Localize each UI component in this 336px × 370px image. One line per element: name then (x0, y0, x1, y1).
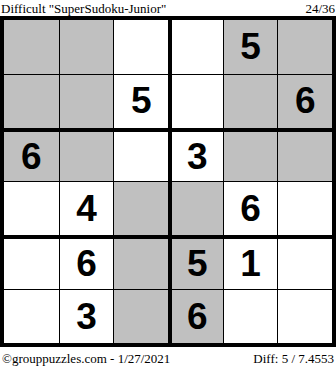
cell-r4c6[interactable] (277, 181, 332, 235)
cell-r1c1[interactable] (4, 20, 59, 74)
cell-r3c1[interactable]: 6 (4, 128, 59, 182)
cell-r2c6[interactable]: 6 (277, 74, 332, 128)
puzzle-page: Difficult "SuperSudoku-Junior" 24/36 556… (0, 0, 336, 370)
cell-r3c4[interactable]: 3 (168, 128, 223, 182)
cell-r6c4[interactable]: 6 (168, 289, 223, 343)
cell-r2c3[interactable]: 5 (113, 74, 168, 128)
cell-r6c5[interactable] (223, 289, 278, 343)
cell-r6c1[interactable] (4, 289, 59, 343)
cell-r3c2[interactable] (59, 128, 114, 182)
cell-r5c2[interactable]: 6 (59, 235, 114, 289)
sudoku-board: 556634665136 (0, 16, 336, 347)
cell-r1c3[interactable] (113, 20, 168, 74)
cell-r2c1[interactable] (4, 74, 59, 128)
cell-r3c6[interactable] (277, 128, 332, 182)
cell-r5c4[interactable]: 5 (168, 235, 223, 289)
cell-r4c5[interactable]: 6 (223, 181, 278, 235)
header: Difficult "SuperSudoku-Junior" 24/36 (0, 0, 336, 16)
puzzle-title: Difficult "SuperSudoku-Junior" (0, 1, 166, 16)
footer: ©grouppuzzles.com - 1/27/2021 Diff: 5 / … (0, 347, 336, 370)
cell-r2c2[interactable] (59, 74, 114, 128)
remaining-counter: 24/36 (305, 1, 336, 16)
cell-r3c3[interactable] (113, 128, 168, 182)
cell-r2c4[interactable] (168, 74, 223, 128)
cell-r6c3[interactable] (113, 289, 168, 343)
cell-r2c5[interactable] (223, 74, 278, 128)
cell-r5c6[interactable] (277, 235, 332, 289)
difficulty-text: Diff: 5 / 7.4553 (253, 351, 336, 367)
cell-r1c5[interactable]: 5 (223, 20, 278, 74)
copyright-text: ©grouppuzzles.com - 1/27/2021 (0, 351, 170, 367)
cell-r3c5[interactable] (223, 128, 278, 182)
cell-r6c6[interactable] (277, 289, 332, 343)
cell-r4c3[interactable] (113, 181, 168, 235)
cell-r6c2[interactable]: 3 (59, 289, 114, 343)
cell-r1c2[interactable] (59, 20, 114, 74)
cell-r1c4[interactable] (168, 20, 223, 74)
cell-r1c6[interactable] (277, 20, 332, 74)
cell-r5c5[interactable]: 1 (223, 235, 278, 289)
cell-r4c4[interactable] (168, 181, 223, 235)
cell-r4c2[interactable]: 4 (59, 181, 114, 235)
cell-r5c1[interactable] (4, 235, 59, 289)
cell-r5c3[interactable] (113, 235, 168, 289)
cell-r4c1[interactable] (4, 181, 59, 235)
